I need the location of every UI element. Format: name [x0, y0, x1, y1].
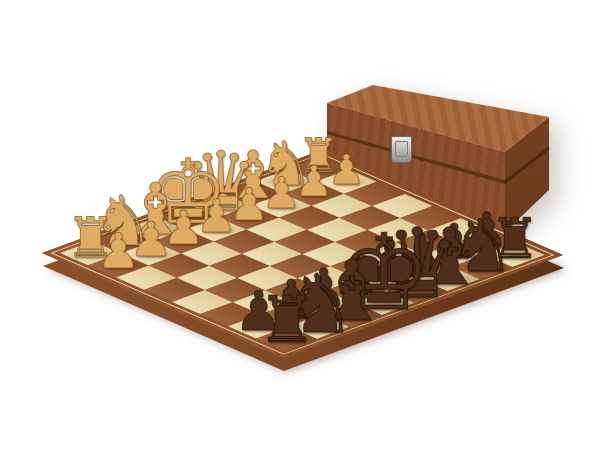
piece-white-pawn[interactable]: ♟	[89, 227, 148, 276]
scene: ♜♞♟♝♟♛♟♚♟♝♟♞♟♟♜♟♟♜♟♟♞♟♝♟♛♟♚♟♝♟♞♜	[0, 0, 600, 451]
box-clasp-plate	[395, 141, 408, 157]
piece-black-rook[interactable]: ♜	[248, 288, 325, 353]
box-clasp	[391, 136, 412, 163]
